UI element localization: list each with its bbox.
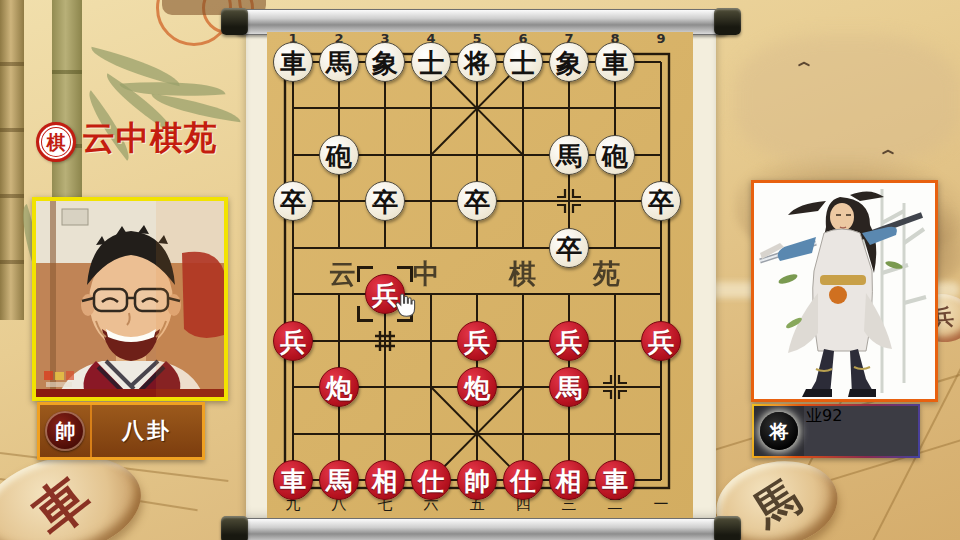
xiangqi-piece-black[interactable]: 象 [365,42,405,82]
red-general-icon: 帥 [45,411,85,451]
xiangqi-piece-red[interactable]: 仕 [411,460,451,500]
xiangqi-board[interactable]: 123456789 九八七六五四三二一 云中棋苑 車馬象士将士象車砲馬砲卒卒卒卒… [267,32,693,518]
xiangqi-piece-red[interactable]: 炮 [319,367,359,407]
xiangqi-piece-black[interactable]: 象 [549,42,589,82]
xiangqi-piece-black[interactable]: 卒 [549,228,589,268]
black-general-icon: 将 [760,412,798,450]
xiangqi-piece-red[interactable]: 相 [365,460,405,500]
xiangqi-piece-black[interactable]: 砲 [319,135,359,175]
webcam-person [36,201,224,397]
roller-knob [221,516,248,540]
xiangqi-piece-black[interactable]: 卒 [365,181,405,221]
river-char: 中 [413,256,440,292]
bird-icon [798,60,810,68]
scroll-roller-bottom [232,518,732,540]
xiangqi-piece-black[interactable]: 馬 [319,42,359,82]
bird-icon [882,148,894,156]
bamboo-stalk [0,0,24,320]
avatar-panel [751,180,938,402]
wooden-piece-char: 車 [18,461,105,540]
xiangqi-piece-red[interactable]: 兵 [365,274,405,314]
xiangqi-piece-black[interactable]: 卒 [273,181,313,221]
xiangqi-piece-red[interactable]: 相 [549,460,589,500]
xiangqi-piece-black[interactable]: 士 [411,42,451,82]
xiangqi-piece-black[interactable]: 馬 [549,135,589,175]
roller-knob [221,8,248,35]
xiangqi-piece-red[interactable]: 馬 [319,460,359,500]
xiangqi-piece-black[interactable]: 車 [595,42,635,82]
roller-knob [714,516,741,540]
river-char: 云 [329,256,356,292]
player-plate-red: 帥 八卦 [37,402,205,460]
player-plate-black: 将 业92 [752,404,920,458]
xiangqi-piece-red[interactable]: 兵 [457,321,497,361]
xiangqi-piece-black[interactable]: 卒 [457,181,497,221]
red-player-name: 八卦 [92,405,202,457]
app-screen: 車 馬 兵 123456789 九八七六五四三 [0,0,960,540]
xiangqi-piece-red[interactable]: 兵 [641,321,681,361]
xiangqi-piece-black[interactable]: 将 [457,42,497,82]
river-char: 苑 [593,256,620,292]
red-general-chip: 帥 [40,405,92,457]
webcam-watermark [44,371,74,387]
move-origin-marker [372,328,398,358]
xiangqi-piece-red[interactable]: 兵 [549,321,589,361]
sky-wash [735,35,960,165]
webcam-video [32,197,228,401]
black-general-chip: 将 [754,406,804,456]
xiangqi-piece-red[interactable]: 仕 [503,460,543,500]
roller-knob [714,8,741,35]
file-label-bottom: 一 [648,495,674,514]
xiangqi-piece-black[interactable]: 車 [273,42,313,82]
logo-title: 云中棋苑 [82,116,218,161]
xiangqi-piece-red[interactable]: 兵 [273,321,313,361]
swordsman-art [754,183,935,399]
point-marker [600,372,630,406]
black-player-name: 业92 [806,406,842,456]
wooden-piece-char: 馬 [743,467,812,540]
xiangqi-piece-red[interactable]: 炮 [457,367,497,407]
xiangqi-piece-red[interactable]: 馬 [549,367,589,407]
river-char: 棋 [509,256,536,292]
file-label-top: 9 [650,31,672,46]
xiangqi-piece-red[interactable]: 帥 [457,460,497,500]
logo-seal-icon: 棋 [36,122,76,162]
xiangqi-piece-black[interactable]: 卒 [641,181,681,221]
point-marker [554,186,584,220]
xiangqi-piece-red[interactable]: 車 [595,460,635,500]
xiangqi-piece-red[interactable]: 車 [273,460,313,500]
xiangqi-piece-black[interactable]: 砲 [595,135,635,175]
xiangqi-piece-black[interactable]: 士 [503,42,543,82]
